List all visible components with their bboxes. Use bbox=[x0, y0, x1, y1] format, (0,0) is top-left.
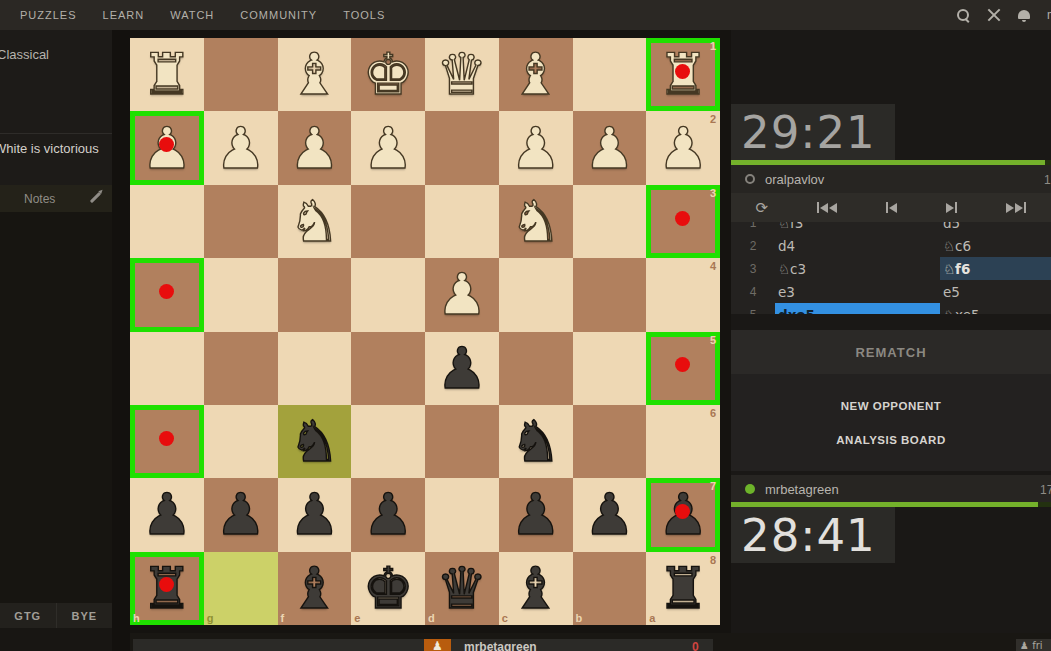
black-king: ♚ bbox=[351, 552, 425, 625]
nav-item-puzzles[interactable]: PUZZLES bbox=[20, 9, 77, 21]
square-f6[interactable]: ♞ bbox=[278, 405, 352, 478]
square-h8[interactable]: ♜h bbox=[130, 552, 204, 625]
square-b5[interactable] bbox=[573, 332, 647, 405]
square-g7[interactable]: ♟ bbox=[204, 478, 278, 551]
square-a4[interactable]: 4 bbox=[646, 258, 720, 331]
file-label-d: d bbox=[428, 612, 435, 624]
chess-board[interactable]: ♜♝♚♛♝♜1♟♟♟♟♟♟♟2♞♞3♟4♟5♞♞6♟♟♟♟♟♟♟7♜hg♝f♚e… bbox=[130, 38, 720, 625]
file-label-f: f bbox=[281, 612, 285, 624]
move-row-5: 5dxe5♘xe5 bbox=[731, 303, 1051, 314]
rank-label-6: 6 bbox=[710, 407, 716, 419]
square-a3[interactable]: 3 bbox=[646, 185, 720, 258]
move-number: 4 bbox=[731, 285, 775, 299]
online-status-icon bbox=[745, 484, 755, 494]
square-g1[interactable] bbox=[204, 38, 278, 111]
square-d7[interactable] bbox=[425, 478, 499, 551]
square-c2[interactable]: ♟ bbox=[499, 111, 573, 184]
white-knight: ♞ bbox=[499, 185, 573, 258]
square-c1[interactable]: ♝ bbox=[499, 38, 573, 111]
crosstable-player-name[interactable]: mrbetagreen bbox=[464, 640, 537, 651]
black-pawn: ♟ bbox=[351, 478, 425, 551]
move-row-4: 4e3e5 bbox=[731, 280, 1051, 303]
player-clock: 28:41 bbox=[731, 507, 895, 563]
move-white-5[interactable]: dxe5 bbox=[775, 303, 940, 314]
player-name[interactable]: mrbetagreen bbox=[765, 482, 839, 497]
opponent-rating-fragment: 1 bbox=[1044, 173, 1051, 187]
crosstable-score: 0 bbox=[692, 640, 699, 651]
square-c3[interactable]: ♞ bbox=[499, 185, 573, 258]
notes-textarea[interactable] bbox=[0, 212, 112, 603]
move-black-3[interactable]: ♘f6 bbox=[940, 257, 1051, 280]
square-a2[interactable]: ♟2 bbox=[646, 111, 720, 184]
square-g5[interactable] bbox=[204, 332, 278, 405]
move-row-3: 3♘c3♘f6 bbox=[731, 257, 1051, 280]
square-d3[interactable] bbox=[425, 185, 499, 258]
username-fragment[interactable]: m bbox=[1047, 8, 1051, 22]
move-number: 1 bbox=[731, 222, 775, 230]
square-e5[interactable] bbox=[351, 332, 425, 405]
crosstable-strip bbox=[133, 639, 713, 651]
white-pawn: ♟ bbox=[425, 258, 499, 331]
red-dot-annotation bbox=[675, 357, 690, 372]
white-king: ♚ bbox=[351, 38, 425, 111]
square-f2[interactable]: ♟ bbox=[278, 111, 352, 184]
move-black-5[interactable]: ♘xe5 bbox=[940, 303, 1051, 314]
square-b4[interactable] bbox=[573, 258, 647, 331]
square-g4[interactable] bbox=[204, 258, 278, 331]
move-black-1[interactable]: d5 bbox=[940, 222, 1051, 234]
rank-label-5: 5 bbox=[710, 334, 716, 346]
black-knight: ♞ bbox=[278, 405, 352, 478]
cycle-icon: ⟳ bbox=[756, 199, 769, 217]
file-label-h: h bbox=[133, 612, 140, 624]
move-number: 5 bbox=[731, 308, 775, 315]
square-d8[interactable]: ♛d bbox=[425, 552, 499, 625]
move-row-2: 2d4♘c6 bbox=[731, 234, 1051, 257]
square-d2[interactable] bbox=[425, 111, 499, 184]
move-row-1: 1♘f3d5 bbox=[731, 222, 1051, 234]
square-e1[interactable]: ♚ bbox=[351, 38, 425, 111]
new-opponent-button[interactable]: NEW OPPONENT bbox=[841, 400, 942, 412]
white-pawn: ♟ bbox=[204, 111, 278, 184]
nav-item-learn[interactable]: LEARN bbox=[103, 9, 145, 21]
pawn-icon: ♟ bbox=[432, 639, 443, 651]
page: PUZZLES LEARN WATCH COMMUNITY TOOLS m Cl… bbox=[0, 0, 1051, 651]
white-queen: ♛ bbox=[425, 38, 499, 111]
opponent-clock: 29:21 bbox=[731, 104, 895, 160]
move-number: 2 bbox=[731, 239, 775, 253]
file-label-e: e bbox=[354, 612, 360, 624]
red-dot-annotation bbox=[159, 284, 174, 299]
file-label-a: a bbox=[649, 612, 655, 624]
square-a8[interactable]: ♜8a bbox=[646, 552, 720, 625]
move-white-1[interactable]: ♘f3 bbox=[775, 222, 940, 234]
black-pawn: ♟ bbox=[278, 478, 352, 551]
square-b1[interactable] bbox=[573, 38, 647, 111]
rank-label-4: 4 bbox=[710, 260, 716, 272]
game-info-panel: Classical White is victorious bbox=[0, 30, 112, 185]
square-e2[interactable]: ♟ bbox=[351, 111, 425, 184]
square-c4[interactable] bbox=[499, 258, 573, 331]
square-e6[interactable] bbox=[351, 405, 425, 478]
square-f1[interactable]: ♝ bbox=[278, 38, 352, 111]
white-pawn: ♟ bbox=[278, 111, 352, 184]
opponent-name[interactable]: oralpavlov bbox=[765, 172, 824, 187]
game-result-text: White is victorious bbox=[0, 141, 99, 156]
square-d1[interactable]: ♛ bbox=[425, 38, 499, 111]
square-b8[interactable]: b bbox=[573, 552, 647, 625]
square-h7[interactable]: ♟ bbox=[130, 478, 204, 551]
rank-label-1: 1 bbox=[710, 40, 716, 52]
game-type-label: Classical bbox=[0, 47, 49, 62]
white-bishop: ♝ bbox=[278, 38, 352, 111]
file-label-b: b bbox=[576, 612, 583, 624]
move-white-3[interactable]: ♘c3 bbox=[775, 257, 940, 280]
square-g6[interactable] bbox=[204, 405, 278, 478]
square-h4[interactable] bbox=[130, 258, 204, 331]
nav-item-watch[interactable]: WATCH bbox=[170, 9, 214, 21]
square-f5[interactable] bbox=[278, 332, 352, 405]
white-knight: ♞ bbox=[278, 185, 352, 258]
bell-icon[interactable] bbox=[1018, 9, 1030, 22]
square-g2[interactable]: ♟ bbox=[204, 111, 278, 184]
square-a6[interactable]: 6 bbox=[646, 405, 720, 478]
rank-label-8: 8 bbox=[710, 554, 716, 566]
square-f8[interactable]: ♝f bbox=[278, 552, 352, 625]
square-g8[interactable]: g bbox=[204, 552, 278, 625]
black-pawn: ♟ bbox=[130, 478, 204, 551]
black-pawn: ♟ bbox=[499, 478, 573, 551]
square-b3[interactable] bbox=[573, 185, 647, 258]
file-label-g: g bbox=[207, 612, 214, 624]
move-white-4[interactable]: e3 bbox=[775, 280, 940, 303]
move-white-2[interactable]: d4 bbox=[775, 234, 940, 257]
cycle-button[interactable]: ⟳ bbox=[756, 193, 769, 222]
square-h3[interactable] bbox=[130, 185, 204, 258]
square-c7[interactable]: ♟ bbox=[499, 478, 573, 551]
file-label-c: c bbox=[502, 612, 508, 624]
move-list: 1♘f3d52d4♘c63♘c3♘f64e3e55dxe5♘xe5 bbox=[731, 222, 1051, 314]
analysis-board-button[interactable]: ANALYSIS BOARD bbox=[836, 434, 945, 446]
white-pawn: ♟ bbox=[573, 111, 647, 184]
square-c8[interactable]: ♝c bbox=[499, 552, 573, 625]
move-black-4[interactable]: e5 bbox=[940, 280, 1051, 303]
nav-right: m bbox=[957, 0, 1051, 30]
bye-button[interactable]: BYE bbox=[57, 603, 113, 628]
white-rook: ♜ bbox=[130, 38, 204, 111]
white-pawn: ♟ bbox=[499, 111, 573, 184]
square-f4[interactable] bbox=[278, 258, 352, 331]
square-e7[interactable]: ♟ bbox=[351, 478, 425, 551]
move-black-2[interactable]: ♘c6 bbox=[940, 234, 1051, 257]
opponent-player-bar[interactable]: oralpavlov bbox=[731, 165, 1051, 193]
sidebar-gutter bbox=[112, 30, 130, 651]
black-bishop: ♝ bbox=[278, 552, 352, 625]
square-e3[interactable] bbox=[351, 185, 425, 258]
previous-move-button[interactable] bbox=[886, 193, 897, 222]
next-move-button[interactable] bbox=[946, 193, 957, 222]
square-b6[interactable] bbox=[573, 405, 647, 478]
player-bar[interactable]: mrbetagreen bbox=[731, 475, 1051, 503]
square-b7[interactable]: ♟ bbox=[573, 478, 647, 551]
gtg-button[interactable]: GTG bbox=[0, 603, 57, 628]
square-a5[interactable]: 5 bbox=[646, 332, 720, 405]
square-d4[interactable]: ♟ bbox=[425, 258, 499, 331]
square-h1[interactable]: ♜ bbox=[130, 38, 204, 111]
square-d5[interactable]: ♟ bbox=[425, 332, 499, 405]
square-a7[interactable]: ♟7 bbox=[646, 478, 720, 551]
bottom-bar: ♟ mrbetagreen 0 ♟ fri bbox=[130, 633, 1051, 651]
white-pawn: ♟ bbox=[351, 111, 425, 184]
top-nav: PUZZLES LEARN WATCH COMMUNITY TOOLS m bbox=[0, 0, 1051, 30]
rematch-button[interactable]: REMATCH bbox=[731, 330, 1051, 374]
square-d6[interactable] bbox=[425, 405, 499, 478]
left-sidebar: Classical White is victorious Notes GTG … bbox=[0, 30, 112, 651]
move-number: 3 bbox=[731, 262, 775, 276]
black-pawn: ♟ bbox=[573, 478, 647, 551]
red-dot-annotation bbox=[675, 64, 690, 79]
square-e4[interactable] bbox=[351, 258, 425, 331]
square-h6[interactable] bbox=[130, 405, 204, 478]
square-e8[interactable]: ♚e bbox=[351, 552, 425, 625]
first-move-button[interactable] bbox=[817, 193, 837, 222]
player-rating-fragment: 17 bbox=[1040, 483, 1051, 497]
black-pawn: ♟ bbox=[425, 332, 499, 405]
right-panel: 29:21 oralpavlov 1 ⟳ 1♘f3d52d4♘c63♘c3♘f6… bbox=[731, 30, 1051, 651]
nav-item-community[interactable]: COMMUNITY bbox=[240, 9, 317, 21]
square-g3[interactable] bbox=[204, 185, 278, 258]
rank-label-7: 7 bbox=[710, 480, 716, 492]
red-dot-annotation bbox=[159, 137, 174, 152]
rank-label-2: 2 bbox=[710, 113, 716, 125]
square-h2[interactable]: ♟ bbox=[130, 111, 204, 184]
nav-items: PUZZLES LEARN WATCH COMMUNITY TOOLS bbox=[0, 0, 1051, 30]
rank-label-3: 3 bbox=[710, 187, 716, 199]
black-knight: ♞ bbox=[499, 405, 573, 478]
square-c5[interactable] bbox=[499, 332, 573, 405]
red-dot-annotation bbox=[159, 431, 174, 446]
square-b2[interactable]: ♟ bbox=[573, 111, 647, 184]
nav-item-tools[interactable]: TOOLS bbox=[343, 9, 385, 21]
black-bishop: ♝ bbox=[499, 552, 573, 625]
black-pawn: ♟ bbox=[204, 478, 278, 551]
crossed-swords-icon[interactable] bbox=[987, 8, 1001, 22]
white-bishop: ♝ bbox=[499, 38, 573, 111]
notes-label: Notes bbox=[0, 192, 55, 206]
offline-status-icon bbox=[745, 174, 755, 184]
search-icon[interactable] bbox=[957, 9, 970, 22]
square-f7[interactable]: ♟ bbox=[278, 478, 352, 551]
side-to-move-badge: ♟ bbox=[424, 639, 451, 651]
pencil-icon bbox=[90, 192, 101, 203]
square-h5[interactable] bbox=[130, 332, 204, 405]
post-game-actions: NEW OPPONENT ANALYSIS BOARD bbox=[731, 374, 1051, 471]
divider bbox=[0, 133, 112, 134]
last-move-button[interactable] bbox=[1006, 193, 1026, 222]
red-dot-annotation bbox=[675, 211, 690, 226]
chat-preset-buttons: GTG BYE bbox=[0, 603, 112, 628]
friends-box-fragment[interactable]: ♟ fri bbox=[1016, 639, 1051, 651]
square-c6[interactable]: ♞ bbox=[499, 405, 573, 478]
notes-header: Notes bbox=[0, 185, 112, 212]
black-queen: ♛ bbox=[425, 552, 499, 625]
square-f3[interactable]: ♞ bbox=[278, 185, 352, 258]
square-a1[interactable]: ♜1 bbox=[646, 38, 720, 111]
move-controls: ⟳ bbox=[731, 193, 1051, 222]
